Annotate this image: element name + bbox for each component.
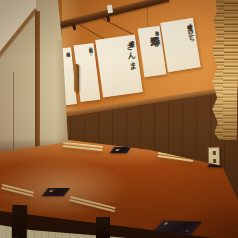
menu-text: 翠寿 xyxy=(147,28,157,29)
private-dining-room-photo: 大判焼 里芋田楽 脂のり 一夜干し 八百円 さんま 姿造り 北海道産 冷酒 翠寿… xyxy=(0,0,238,238)
mat-pattern xyxy=(49,190,53,192)
menu-text: 限定入荷 xyxy=(154,28,158,29)
outlet-socket xyxy=(213,151,216,155)
menu-text: 香り良し xyxy=(187,20,192,29)
table-leg xyxy=(96,217,110,238)
table-leg xyxy=(12,205,28,238)
menu-sheet-right-1: 生搾り すだち サワー 香り良し xyxy=(160,18,200,73)
door-pull-trim xyxy=(74,64,79,92)
mat-pattern xyxy=(116,149,120,151)
paper-tag xyxy=(107,5,113,14)
menu-text: 冷酒 xyxy=(154,28,158,29)
mat-pattern xyxy=(164,222,168,224)
menu-sheet-center: さんま 姿造り 北海道産 xyxy=(95,34,143,97)
mat-pattern xyxy=(186,230,190,232)
outlet-socket xyxy=(213,159,216,163)
menu-text: 姿造り xyxy=(127,37,134,44)
partition-frame-post xyxy=(35,11,40,147)
menu-text: 一夜干し xyxy=(88,45,92,50)
hanging-wire xyxy=(102,18,135,35)
